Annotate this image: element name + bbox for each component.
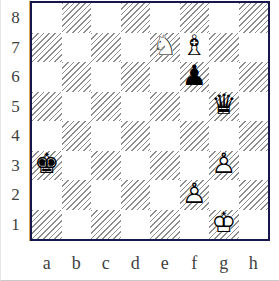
file-label-a: a: [32, 248, 62, 278]
square-g2: [209, 180, 239, 210]
square-a6: [32, 62, 62, 92]
square-b2: [62, 180, 92, 210]
square-h4: [239, 121, 269, 151]
file-label-f: f: [180, 248, 210, 278]
square-e8: [150, 3, 180, 33]
square-f6: ♟: [180, 62, 210, 92]
piece-white-pawn-g3: ♙: [209, 150, 239, 180]
square-c5: [91, 92, 121, 122]
square-e3: [150, 151, 180, 181]
square-h1: [239, 210, 269, 240]
square-c6: [91, 62, 121, 92]
square-d6: [121, 62, 151, 92]
square-d7: [121, 33, 151, 63]
square-d5: [121, 92, 151, 122]
rank-label-6: 6: [1, 62, 30, 92]
square-f8: [180, 3, 210, 33]
piece-white-knight-e7: ♘: [150, 32, 180, 62]
square-g6: [209, 62, 239, 92]
square-d2: [121, 180, 151, 210]
square-h5: [239, 92, 269, 122]
piece-white-bishop-f7-fill: ♝: [180, 32, 210, 62]
square-e7: ♞♘: [150, 33, 180, 63]
square-f5: [180, 92, 210, 122]
square-c1: [91, 210, 121, 240]
piece-white-pawn-g3-fill: ♟: [209, 150, 239, 180]
square-c8: [91, 3, 121, 33]
square-a2: [32, 180, 62, 210]
square-b7: [62, 33, 92, 63]
square-b8: [62, 3, 92, 33]
piece-black-king-a3: ♚: [32, 150, 62, 180]
square-e2: [150, 180, 180, 210]
square-f2: ♟♙: [180, 180, 210, 210]
rank-label-1: 1: [1, 210, 30, 240]
square-e5: [150, 92, 180, 122]
chess-diagram: 87654321 ♞♘♝♗♟♛♚♟♙♟♙♚♔ abcdefgh: [0, 0, 279, 281]
square-c3: [91, 151, 121, 181]
square-a5: [32, 92, 62, 122]
square-e4: [150, 121, 180, 151]
file-label-g: g: [209, 248, 239, 278]
rank-label-8: 8: [1, 3, 30, 33]
file-label-h: h: [239, 248, 269, 278]
file-label-e: e: [150, 248, 180, 278]
square-b5: [62, 92, 92, 122]
square-g3: ♟♙: [209, 151, 239, 181]
rank-labels: 87654321: [1, 3, 30, 239]
square-a3: ♚: [32, 151, 62, 181]
square-c4: [91, 121, 121, 151]
rank-label-7: 7: [1, 33, 30, 63]
piece-white-bishop-f7: ♗: [180, 32, 210, 62]
square-f3: [180, 151, 210, 181]
square-d1: [121, 210, 151, 240]
square-f1: [180, 210, 210, 240]
square-c7: [91, 33, 121, 63]
rank-label-2: 2: [1, 180, 30, 210]
square-g1: ♚♔: [209, 210, 239, 240]
rank-label-4: 4: [1, 121, 30, 151]
square-d4: [121, 121, 151, 151]
piece-white-pawn-f2-fill: ♟: [180, 179, 210, 209]
rank-label-3: 3: [1, 151, 30, 181]
square-f4: [180, 121, 210, 151]
piece-white-pawn-f2: ♙: [180, 179, 210, 209]
piece-black-queen-g5: ♛: [209, 91, 239, 121]
square-g8: [209, 3, 239, 33]
square-h7: [239, 33, 269, 63]
rank-label-5: 5: [1, 92, 30, 122]
square-b1: [62, 210, 92, 240]
piece-white-king-g1: ♔: [209, 209, 239, 239]
square-h3: [239, 151, 269, 181]
square-h2: [239, 180, 269, 210]
square-d3: [121, 151, 151, 181]
square-h6: [239, 62, 269, 92]
square-a4: [32, 121, 62, 151]
square-f7: ♝♗: [180, 33, 210, 63]
square-g4: [209, 121, 239, 151]
file-labels: abcdefgh: [32, 248, 268, 278]
square-b4: [62, 121, 92, 151]
square-b6: [62, 62, 92, 92]
square-b3: [62, 151, 92, 181]
square-a7: [32, 33, 62, 63]
square-a8: [32, 3, 62, 33]
piece-white-king-g1-fill: ♚: [209, 209, 239, 239]
square-e6: [150, 62, 180, 92]
square-g7: [209, 33, 239, 63]
square-h8: [239, 3, 269, 33]
file-label-b: b: [62, 248, 92, 278]
piece-white-knight-e7-fill: ♞: [150, 32, 180, 62]
square-c2: [91, 180, 121, 210]
piece-black-pawn-f6: ♟: [180, 61, 210, 91]
square-d8: [121, 3, 151, 33]
square-a1: [32, 210, 62, 240]
file-label-c: c: [91, 248, 121, 278]
square-g5: ♛: [209, 92, 239, 122]
chess-board: ♞♘♝♗♟♛♚♟♙♟♙♚♔: [30, 1, 270, 241]
square-e1: [150, 210, 180, 240]
file-label-d: d: [121, 248, 151, 278]
